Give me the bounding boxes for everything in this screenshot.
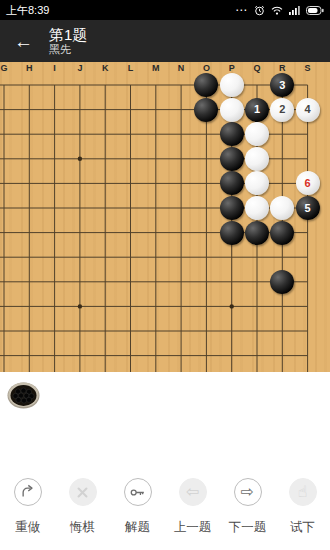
- toolbar-label: 解题: [125, 519, 150, 536]
- redo-icon: [14, 478, 42, 506]
- more-icon: ⋯: [235, 5, 248, 15]
- move-number-label: 3: [279, 80, 285, 91]
- stone-white-Q6: [245, 196, 269, 220]
- hand-icon: ☝: [289, 478, 317, 506]
- toolbar-label: 试下: [290, 519, 315, 536]
- key-icon: [124, 478, 152, 506]
- wifi-icon: [271, 6, 283, 15]
- column-label-H: H: [26, 63, 33, 73]
- stone-black-Q2: 1: [245, 98, 269, 122]
- stone-white-R2: 2: [270, 98, 294, 122]
- stone-black-P7: [220, 221, 244, 245]
- toolbar-label: 上一题: [174, 519, 212, 536]
- stone-black-Q7: [245, 221, 269, 245]
- column-label-N: N: [178, 63, 185, 73]
- page-title: 第1题: [49, 26, 87, 43]
- stone-black-R9: [270, 270, 294, 294]
- stone-white-S5: 6: [296, 171, 320, 195]
- toolbar-button-arrow-right[interactable]: ⇨下一题: [220, 478, 275, 536]
- stone-black-O2: [194, 98, 218, 122]
- stone-white-P2: [220, 98, 244, 122]
- stone-white-P1: [220, 73, 244, 97]
- alarm-clock-icon: [254, 5, 265, 16]
- stone-white-Q4: [245, 147, 269, 171]
- app-root: 上午8:39 ⋯: [0, 0, 330, 550]
- toolbar-label: 重做: [15, 519, 40, 536]
- arrow-right-icon: ⇨: [234, 478, 262, 506]
- column-label-M: M: [152, 63, 160, 73]
- stone-black-P3: [220, 122, 244, 146]
- stone-white-S2: 4: [296, 98, 320, 122]
- column-label-J: J: [77, 63, 82, 73]
- to-play-subtitle: 黑先: [49, 43, 87, 56]
- header-text: 第1题 黑先: [49, 26, 87, 56]
- move-number-label: 2: [279, 104, 285, 115]
- stone-black-P4: [220, 147, 244, 171]
- undo-x-icon: [69, 478, 97, 506]
- back-button[interactable]: ←: [0, 32, 33, 51]
- status-icons: ⋯: [235, 5, 324, 16]
- toolbar-button-key[interactable]: 解题: [110, 478, 165, 536]
- move-number-label: 4: [305, 104, 311, 115]
- toolbar-label: 下一题: [229, 519, 267, 536]
- toolbar-button-undo-x[interactable]: 悔棋: [55, 478, 110, 536]
- bottom-toolbar: 重做悔棋解题⇦上一题⇨下一题☝试下: [0, 470, 330, 550]
- move-number-label: 5: [305, 203, 311, 214]
- column-label-G: G: [0, 63, 7, 73]
- status-time: 上午8:39: [6, 3, 49, 18]
- stone-black-S6: 5: [296, 196, 320, 220]
- stone-black-R7: [270, 221, 294, 245]
- move-number-label: 6: [305, 178, 311, 189]
- captured-stones-bowl-icon: [7, 382, 40, 409]
- column-label-K: K: [102, 63, 109, 73]
- move-number-label: 1: [254, 104, 260, 115]
- status-bar: 上午8:39 ⋯: [0, 0, 330, 20]
- stone-white-Q3: [245, 122, 269, 146]
- toolbar-button-redo[interactable]: 重做: [0, 478, 55, 536]
- app-header: ← 第1题 黑先: [0, 20, 330, 62]
- column-label-R: R: [279, 63, 286, 73]
- column-label-Q: Q: [253, 63, 260, 73]
- toolbar-button-arrow-left[interactable]: ⇦上一题: [165, 478, 220, 536]
- arrow-left-icon: ⇦: [179, 478, 207, 506]
- toolbar-label: 悔棋: [70, 519, 95, 536]
- stone-black-P5: [220, 171, 244, 195]
- column-label-I: I: [53, 63, 56, 73]
- column-label-P: P: [229, 63, 235, 73]
- column-label-O: O: [203, 63, 210, 73]
- battery-icon: [306, 6, 324, 15]
- signal-bars-icon: [289, 6, 300, 15]
- stone-black-P6: [220, 196, 244, 220]
- toolbar-button-hand[interactable]: ☝试下: [275, 478, 330, 536]
- go-board[interactable]: GHIJKLMNOPQRS312465: [0, 62, 330, 372]
- column-label-S: S: [305, 63, 311, 73]
- column-label-L: L: [128, 63, 134, 73]
